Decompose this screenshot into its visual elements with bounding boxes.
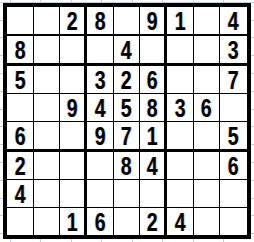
cell-r7c6[interactable]: 4 (140, 152, 167, 180)
cell-r1c5[interactable] (114, 7, 141, 35)
cell-r1c8[interactable] (194, 7, 221, 35)
given-digit: 1 (174, 7, 185, 34)
given-digit: 8 (94, 7, 105, 34)
cell-r4c6[interactable]: 6 (140, 66, 167, 94)
given-digit: 3 (94, 66, 105, 93)
given-digit: 4 (14, 180, 25, 207)
cell-r7c8[interactable] (194, 152, 221, 180)
cell-r7c9[interactable]: 6 (220, 152, 247, 180)
given-digit: 1 (147, 122, 158, 149)
cell-r6c9[interactable]: 5 (220, 122, 247, 152)
given-digit: 9 (147, 7, 158, 34)
cell-r8c1[interactable]: 4 (7, 180, 34, 208)
cell-r5c8[interactable]: 6 (194, 94, 221, 122)
sudoku-board: 289148435326794583669715284641624 (3, 3, 251, 239)
cell-r7c4[interactable] (87, 152, 114, 180)
cell-r3c6[interactable] (140, 36, 167, 66)
cell-r3c1[interactable]: 8 (7, 36, 34, 66)
cell-r9c1[interactable] (7, 208, 34, 235)
given-digit: 5 (14, 66, 25, 93)
cell-r9c4[interactable]: 6 (87, 208, 114, 235)
cell-r3c7[interactable] (167, 36, 194, 66)
cell-r1c2[interactable] (34, 7, 61, 35)
given-digit: 6 (147, 66, 158, 93)
given-digit: 5 (228, 122, 239, 149)
given-digit: 6 (201, 94, 212, 121)
cell-r4c3[interactable] (60, 66, 87, 94)
cell-r4c7[interactable] (167, 66, 194, 94)
cell-r5c7[interactable]: 3 (167, 94, 194, 122)
cell-r3c9[interactable]: 3 (220, 36, 247, 66)
cell-r1c7[interactable]: 1 (167, 7, 194, 35)
given-digit: 6 (14, 122, 25, 149)
cell-r9c6[interactable]: 2 (140, 208, 167, 235)
cell-r8c6[interactable] (140, 180, 167, 208)
cell-r5c1[interactable] (7, 94, 34, 122)
given-digit: 4 (147, 152, 158, 179)
cell-r7c5[interactable]: 8 (114, 152, 141, 180)
cell-r8c3[interactable] (60, 180, 87, 208)
cell-r4c8[interactable] (194, 66, 221, 94)
given-digit: 7 (228, 66, 239, 93)
given-digit: 2 (14, 152, 25, 179)
given-digit: 1 (67, 208, 78, 235)
given-digit: 7 (121, 122, 132, 149)
given-digit: 8 (121, 152, 132, 179)
cell-r3c3[interactable] (60, 36, 87, 66)
cell-r4c4[interactable]: 3 (87, 66, 114, 94)
cell-r1c3[interactable]: 2 (60, 7, 87, 35)
cell-r6c8[interactable] (194, 122, 221, 152)
given-digit: 3 (174, 94, 185, 121)
cell-r3c2[interactable] (34, 36, 61, 66)
cell-r6c7[interactable] (167, 122, 194, 152)
cell-r7c2[interactable] (34, 152, 61, 180)
given-digit: 8 (14, 36, 25, 63)
given-digit: 3 (228, 36, 239, 63)
cell-r6c1[interactable]: 6 (7, 122, 34, 152)
given-digit: 2 (121, 66, 132, 93)
cell-r5c5[interactable]: 5 (114, 94, 141, 122)
cell-r9c2[interactable] (34, 208, 61, 235)
given-digit: 4 (174, 208, 185, 235)
cell-r4c5[interactable]: 2 (114, 66, 141, 94)
cell-r5c4[interactable]: 4 (87, 94, 114, 122)
given-digit: 8 (147, 94, 158, 121)
given-digit: 6 (94, 208, 105, 235)
cell-r9c8[interactable] (194, 208, 221, 235)
given-digit: 2 (147, 208, 158, 235)
cell-r6c4[interactable]: 9 (87, 122, 114, 152)
given-digit: 9 (94, 122, 105, 149)
cell-r8c8[interactable] (194, 180, 221, 208)
given-digit: 4 (94, 94, 105, 121)
cell-r8c2[interactable] (34, 180, 61, 208)
cell-r6c5[interactable]: 7 (114, 122, 141, 152)
cell-r9c3[interactable]: 1 (60, 208, 87, 235)
cell-r3c8[interactable] (194, 36, 221, 66)
cell-r1c6[interactable]: 9 (140, 7, 167, 35)
cell-r1c1[interactable] (7, 7, 34, 35)
cell-r4c1[interactable]: 5 (7, 66, 34, 94)
cell-r5c2[interactable] (34, 94, 61, 122)
given-digit: 5 (121, 94, 132, 121)
cell-r6c2[interactable] (34, 122, 61, 152)
cell-r7c3[interactable] (60, 152, 87, 180)
cell-r7c7[interactable] (167, 152, 194, 180)
given-digit: 4 (228, 7, 239, 34)
cell-r9c9[interactable] (220, 208, 247, 235)
cell-r5c9[interactable] (220, 94, 247, 122)
cell-r4c9[interactable]: 7 (220, 66, 247, 94)
cell-r8c9[interactable] (220, 180, 247, 208)
cell-r4c2[interactable] (34, 66, 61, 94)
spreadsheet-canvas: 289148435326794583669715284641624 (0, 0, 254, 242)
cell-r1c4[interactable]: 8 (87, 7, 114, 35)
given-digit: 9 (67, 94, 78, 121)
given-digit: 4 (121, 36, 132, 63)
given-digit: 6 (228, 152, 239, 179)
cell-r7c1[interactable]: 2 (7, 152, 34, 180)
cell-r6c3[interactable] (60, 122, 87, 152)
cell-r5c3[interactable]: 9 (60, 94, 87, 122)
cell-r9c5[interactable] (114, 208, 141, 235)
cell-r8c5[interactable] (114, 180, 141, 208)
cell-r8c4[interactable] (87, 180, 114, 208)
cell-r5c6[interactable]: 8 (140, 94, 167, 122)
given-digit: 2 (67, 7, 78, 34)
cell-r8c7[interactable] (167, 180, 194, 208)
cell-r6c6[interactable]: 1 (140, 122, 167, 152)
cell-r1c9[interactable]: 4 (220, 7, 247, 35)
cell-r3c4[interactable] (87, 36, 114, 66)
cell-r9c7[interactable]: 4 (167, 208, 194, 235)
cell-r3c5[interactable]: 4 (114, 36, 141, 66)
